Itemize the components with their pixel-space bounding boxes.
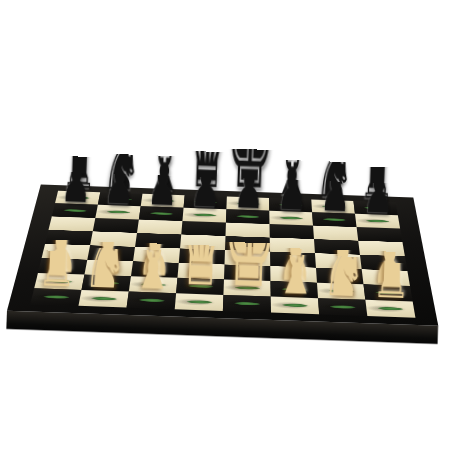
king-glyph: ♚	[221, 180, 278, 305]
white-bishop-f1: ♝	[272, 254, 319, 307]
pawn-glyph: ♟	[319, 156, 352, 220]
pawn-glyph: ♟	[276, 155, 309, 219]
square-f1: ♝	[271, 297, 319, 315]
pawn-glyph: ♟	[60, 147, 93, 211]
white-knight-b1: ♞	[81, 248, 128, 301]
board-grid: ♜♞♝♛♚♝♞♜♟♟♟♟♟♟♟♟♟♟♟♟♟♟♟♟♜♞♝♛♚♝♞♜	[30, 191, 415, 318]
white-bishop-c1: ♝	[129, 249, 176, 302]
black-pawn-a7: ♟	[58, 172, 94, 212]
square-h1: ♜	[365, 300, 415, 318]
pawn-glyph: ♟	[146, 150, 179, 214]
square-d1: ♛	[175, 293, 224, 311]
black-pawn-h7: ♟	[360, 183, 396, 223]
rook-glyph: ♜	[370, 234, 412, 310]
bishop-glyph: ♝	[274, 219, 318, 307]
bishop-glyph: ♝	[131, 214, 175, 302]
black-pawn-b7: ♟	[101, 174, 137, 214]
white-rook-a1: ♜	[35, 250, 78, 298]
board-perspective-wrapper: ♜♞♝♛♚♝♞♜♟♟♟♟♟♟♟♟♟♟♟♟♟♟♟♟♜♞♝♛♚♝♞♜	[18, 43, 432, 450]
white-rook-h1: ♜	[369, 262, 412, 310]
white-knight-g1: ♞	[320, 256, 367, 309]
white-king-e1: ♚	[219, 242, 276, 305]
rook-glyph: ♜	[36, 222, 78, 298]
chess-board: ♜♞♝♛♚♝♞♜♟♟♟♟♟♟♟♟♟♟♟♟♟♟♟♟♜♞♝♛♚♝♞♜	[7, 185, 438, 326]
black-pawn-g7: ♟	[317, 181, 353, 221]
square-g1: ♞	[318, 298, 367, 316]
square-c1: ♝	[127, 292, 177, 310]
pawn-glyph: ♟	[362, 158, 395, 222]
knight-glyph: ♞	[82, 220, 128, 300]
white-queen-d1: ♛	[174, 244, 227, 303]
chess-set-product-photo[interactable]: ♜♞♝♛♚♝♞♜♟♟♟♟♟♟♟♟♟♟♟♟♟♟♟♟♜♞♝♛♚♝♞♜	[0, 0, 450, 450]
knight-glyph: ♞	[321, 228, 367, 308]
square-e1: ♚	[223, 295, 271, 313]
square-b1: ♞	[78, 290, 128, 308]
pawn-glyph: ♟	[103, 149, 136, 213]
square-a1: ♜	[30, 288, 81, 306]
